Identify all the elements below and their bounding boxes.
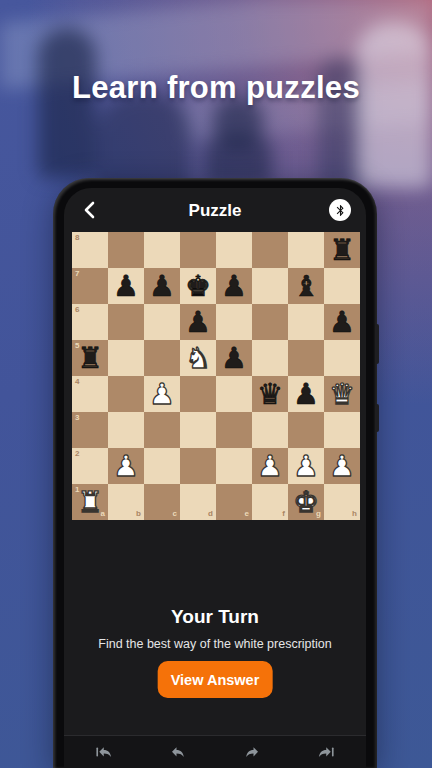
square-d6[interactable]: ♟ — [180, 304, 216, 340]
square-e3[interactable] — [216, 412, 252, 448]
square-e1[interactable]: e — [216, 484, 252, 520]
square-a6[interactable]: 6 — [72, 304, 108, 340]
phone-screen: Puzzle 8♜7♟♟♚♟♝6♟♟5♜♞♟4♟♛♟♛32♟♟♟♟1a♜bcde… — [64, 188, 366, 768]
black-pawn[interactable]: ♟ — [144, 268, 180, 304]
square-g3[interactable] — [288, 412, 324, 448]
black-pawn[interactable]: ♟ — [324, 304, 360, 340]
screenshot-root: { "game": "chess", "position": { "fen": … — [0, 0, 432, 768]
square-h6[interactable]: ♟ — [324, 304, 360, 340]
square-f2[interactable]: ♟ — [252, 448, 288, 484]
square-h4[interactable]: ♛ — [324, 376, 360, 412]
chess-board[interactable]: 8♜7♟♟♚♟♝6♟♟5♜♞♟4♟♛♟♛32♟♟♟♟1a♜bcdefg♚h — [72, 232, 360, 520]
bluetooth-button[interactable] — [329, 199, 351, 221]
redo-button[interactable] — [241, 742, 263, 762]
square-a2[interactable]: 2 — [72, 448, 108, 484]
square-f4[interactable]: ♛ — [252, 376, 288, 412]
black-king[interactable]: ♚ — [180, 268, 216, 304]
square-h3[interactable] — [324, 412, 360, 448]
app-header: Puzzle — [64, 188, 366, 232]
black-rook[interactable]: ♜ — [324, 232, 360, 268]
white-pawn[interactable]: ♟ — [144, 376, 180, 412]
square-e5[interactable]: ♟ — [216, 340, 252, 376]
white-pawn[interactable]: ♟ — [108, 448, 144, 484]
square-a4[interactable]: 4 — [72, 376, 108, 412]
white-knight[interactable]: ♞ — [180, 340, 216, 376]
square-f1[interactable]: f — [252, 484, 288, 520]
square-b4[interactable] — [108, 376, 144, 412]
black-rook[interactable]: ♜ — [72, 340, 108, 376]
file-label: h — [352, 510, 357, 518]
go-to-start-button[interactable] — [92, 742, 114, 762]
square-g6[interactable] — [288, 304, 324, 340]
file-label: b — [136, 510, 141, 518]
square-b2[interactable]: ♟ — [108, 448, 144, 484]
black-pawn[interactable]: ♟ — [108, 268, 144, 304]
square-h7[interactable] — [324, 268, 360, 304]
white-rook[interactable]: ♜ — [72, 484, 108, 520]
file-label: d — [208, 510, 213, 518]
square-d3[interactable] — [180, 412, 216, 448]
square-e6[interactable] — [216, 304, 252, 340]
square-f8[interactable] — [252, 232, 288, 268]
undo-icon — [168, 743, 188, 761]
square-b6[interactable] — [108, 304, 144, 340]
black-pawn[interactable]: ♟ — [288, 376, 324, 412]
square-e7[interactable]: ♟ — [216, 268, 252, 304]
go-to-end-button[interactable] — [316, 742, 338, 762]
square-d5[interactable]: ♞ — [180, 340, 216, 376]
go-to-end-icon — [317, 743, 337, 761]
square-g4[interactable]: ♟ — [288, 376, 324, 412]
square-a7[interactable]: 7 — [72, 268, 108, 304]
square-a5[interactable]: 5♜ — [72, 340, 108, 376]
square-b5[interactable] — [108, 340, 144, 376]
square-c4[interactable]: ♟ — [144, 376, 180, 412]
black-pawn[interactable]: ♟ — [216, 268, 252, 304]
rank-label: 3 — [75, 414, 79, 422]
turn-title: Your Turn — [64, 606, 366, 628]
square-d7[interactable]: ♚ — [180, 268, 216, 304]
square-b1[interactable]: b — [108, 484, 144, 520]
black-pawn[interactable]: ♟ — [180, 304, 216, 340]
white-pawn[interactable]: ♟ — [324, 448, 360, 484]
hero-title: Learn from puzzles — [0, 70, 432, 106]
square-c6[interactable] — [144, 304, 180, 340]
black-queen[interactable]: ♛ — [252, 376, 288, 412]
square-h1[interactable]: h — [324, 484, 360, 520]
rank-label: 7 — [75, 270, 79, 278]
square-c2[interactable] — [144, 448, 180, 484]
file-label: e — [245, 510, 249, 518]
redo-icon — [242, 743, 262, 761]
square-g1[interactable]: g♚ — [288, 484, 324, 520]
square-c8[interactable] — [144, 232, 180, 268]
square-b8[interactable] — [108, 232, 144, 268]
square-h8[interactable]: ♜ — [324, 232, 360, 268]
rank-label: 6 — [75, 306, 79, 314]
turn-subtitle: Find the best way of the white prescript… — [64, 637, 366, 651]
square-a1[interactable]: 1a♜ — [72, 484, 108, 520]
square-b7[interactable]: ♟ — [108, 268, 144, 304]
page-title: Puzzle — [64, 188, 366, 234]
rank-label: 8 — [75, 234, 79, 242]
square-g8[interactable] — [288, 232, 324, 268]
square-e8[interactable] — [216, 232, 252, 268]
square-h2[interactable]: ♟ — [324, 448, 360, 484]
square-d2[interactable] — [180, 448, 216, 484]
square-h5[interactable] — [324, 340, 360, 376]
square-d8[interactable] — [180, 232, 216, 268]
go-to-start-icon — [93, 743, 113, 761]
square-f6[interactable] — [252, 304, 288, 340]
undo-button[interactable] — [167, 742, 189, 762]
move-navigation-bar — [64, 735, 366, 768]
square-b3[interactable] — [108, 412, 144, 448]
rank-label: 2 — [75, 450, 79, 458]
phone-mockup: Puzzle 8♜7♟♟♚♟♝6♟♟5♜♞♟4♟♛♟♛32♟♟♟♟1a♜bcde… — [53, 178, 377, 768]
white-pawn[interactable]: ♟ — [288, 448, 324, 484]
square-d4[interactable] — [180, 376, 216, 412]
white-pawn[interactable]: ♟ — [252, 448, 288, 484]
square-g2[interactable]: ♟ — [288, 448, 324, 484]
phone-power-button — [375, 404, 379, 432]
square-c7[interactable]: ♟ — [144, 268, 180, 304]
square-c3[interactable] — [144, 412, 180, 448]
rank-label: 4 — [75, 378, 79, 386]
square-g5[interactable] — [288, 340, 324, 376]
square-d1[interactable]: d — [180, 484, 216, 520]
white-queen[interactable]: ♛ — [324, 376, 360, 412]
square-g7[interactable]: ♝ — [288, 268, 324, 304]
square-f3[interactable] — [252, 412, 288, 448]
phone-volume-button — [375, 324, 379, 364]
square-f5[interactable] — [252, 340, 288, 376]
square-e4[interactable] — [216, 376, 252, 412]
black-bishop[interactable]: ♝ — [288, 268, 324, 304]
bluetooth-icon — [334, 204, 347, 217]
square-f7[interactable] — [252, 268, 288, 304]
file-label: f — [282, 510, 285, 518]
black-pawn[interactable]: ♟ — [216, 340, 252, 376]
square-a3[interactable]: 3 — [72, 412, 108, 448]
white-king[interactable]: ♚ — [288, 484, 324, 520]
file-label: c — [173, 510, 177, 518]
square-c1[interactable]: c — [144, 484, 180, 520]
square-c5[interactable] — [144, 340, 180, 376]
view-answer-button[interactable]: View Answer — [158, 661, 273, 698]
square-e2[interactable] — [216, 448, 252, 484]
square-a8[interactable]: 8 — [72, 232, 108, 268]
